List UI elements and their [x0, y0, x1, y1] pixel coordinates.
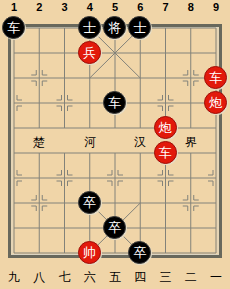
- xiangqi-app: 楚 河 汉 界 123456789 九八七六五四三二一 车士将士兵车车炮炮车卒卒…: [0, 0, 230, 289]
- top-coordinate-4: 4: [87, 1, 93, 13]
- bottom-coordinate-5: 五: [109, 269, 121, 286]
- bottom-coordinate-6: 六: [84, 269, 96, 286]
- piece-red-cannon[interactable]: 炮: [204, 91, 227, 114]
- piece-red-chariot[interactable]: 车: [154, 141, 177, 164]
- piece-red-chariot[interactable]: 车: [204, 66, 227, 89]
- piece-red-pawn[interactable]: 兵: [78, 41, 101, 64]
- bottom-coordinate-2: 二: [185, 269, 197, 286]
- xiangqi-board[interactable]: 车士将士兵车车炮炮车卒卒帅卒: [1, 15, 228, 265]
- piece-black-advisor[interactable]: 士: [78, 16, 101, 39]
- top-coordinate-2: 2: [36, 1, 42, 13]
- bottom-coordinate-8: 八: [33, 269, 45, 286]
- bottom-coordinate-4: 四: [134, 269, 146, 286]
- top-coordinate-6: 6: [137, 1, 143, 13]
- piece-black-chariot[interactable]: 车: [2, 16, 25, 39]
- piece-black-advisor[interactable]: 士: [128, 16, 151, 39]
- piece-black-soldier[interactable]: 卒: [78, 191, 101, 214]
- bottom-coordinate-9: 九: [8, 269, 20, 286]
- bottom-coordinate-3: 三: [160, 269, 172, 286]
- piece-black-chariot[interactable]: 车: [103, 91, 126, 114]
- top-coordinate-8: 8: [188, 1, 194, 13]
- piece-black-soldier[interactable]: 卒: [103, 216, 126, 239]
- piece-black-soldier[interactable]: 卒: [128, 241, 151, 264]
- bottom-coordinate-7: 七: [59, 269, 71, 286]
- top-coordinate-3: 3: [61, 1, 67, 13]
- top-coordinate-1: 1: [11, 1, 17, 13]
- piece-red-cannon[interactable]: 炮: [154, 116, 177, 139]
- top-coordinate-9: 9: [213, 1, 219, 13]
- bottom-coordinate-1: 一: [210, 269, 222, 286]
- piece-red-general[interactable]: 帅: [78, 241, 101, 264]
- piece-black-general[interactable]: 将: [103, 16, 126, 39]
- top-coordinate-7: 7: [162, 1, 168, 13]
- top-coordinate-5: 5: [112, 1, 118, 13]
